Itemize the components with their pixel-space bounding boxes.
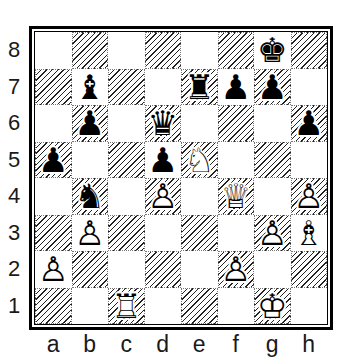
piece-glyph: ♞ [75,179,105,213]
piece-glyph: ♙ [257,216,287,250]
square-f2[interactable]: ♟♙ [218,251,255,288]
black-pawn[interactable]: ♟♟ [145,142,182,179]
black-queen[interactable]: ♛♛ [146,106,181,141]
piece-glyph: ♕ [221,179,251,213]
square-e4[interactable] [181,178,218,215]
square-e5[interactable]: ♞♘ [181,142,218,179]
square-b7[interactable]: ♝♝ [72,69,109,106]
square-b5[interactable] [72,142,109,179]
square-f7[interactable]: ♟♟ [218,69,255,106]
square-b8[interactable] [72,32,109,69]
white-knight[interactable]: ♞♘ [182,143,217,178]
square-a6[interactable] [35,105,72,142]
piece-glyph: ♚ [257,33,287,67]
square-h6[interactable]: ♟♟ [291,105,328,142]
square-f8[interactable] [218,32,255,69]
white-rook[interactable]: ♜♖ [109,289,144,324]
rank-label-6: 6 [0,105,28,142]
square-d1[interactable] [145,288,182,325]
square-c6[interactable] [108,105,145,142]
file-label-h: h [291,331,328,358]
white-king[interactable]: ♚♔ [255,289,290,324]
square-h1[interactable] [291,288,328,325]
square-h5[interactable] [291,142,328,179]
square-d5[interactable]: ♟♟ [145,142,182,179]
piece-glyph: ♖ [111,289,141,323]
piece-glyph: ♝ [75,70,105,104]
square-d3[interactable] [145,215,182,252]
piece-glyph: ♟ [75,106,105,140]
file-labels: abcdefgh [35,331,327,357]
piece-glyph: ♟ [257,70,287,104]
black-king[interactable]: ♚♚ [254,32,291,69]
piece-glyph: ♙ [75,216,105,250]
square-c4[interactable] [108,178,145,215]
black-pawn[interactable]: ♟♟ [36,143,71,178]
board-frame: ♚♚♝♝♜♜♟♟♟♟♟♟♛♛♟♟♟♟♟♟♞♘♞♞♟♙♛♕♟♙♟♙♟♙♝♗♟♙♟♙… [29,26,333,330]
piece-glyph: ♗ [294,216,324,250]
square-g7[interactable]: ♟♟ [254,69,291,106]
file-label-c: c [108,331,145,358]
rank-label-4: 4 [0,178,28,215]
white-pawn[interactable]: ♟♙ [35,251,72,288]
rank-label-7: 7 [0,69,28,106]
piece-glyph: ♟ [221,70,251,104]
board: ♚♚♝♝♜♜♟♟♟♟♟♟♛♛♟♟♟♟♟♟♞♘♞♞♟♙♛♕♟♙♟♙♟♙♝♗♟♙♟♙… [35,32,327,324]
piece-glyph: ♙ [294,179,324,213]
piece-glyph: ♟ [294,106,324,140]
square-g1[interactable]: ♚♔ [254,288,291,325]
file-label-a: a [35,331,72,358]
square-c8[interactable] [108,32,145,69]
square-d8[interactable] [145,32,182,69]
square-g2[interactable] [254,251,291,288]
square-g5[interactable] [254,142,291,179]
black-rook[interactable]: ♜♜ [182,70,217,105]
square-b4[interactable]: ♞♞ [72,178,109,215]
square-b6[interactable]: ♟♟ [72,105,109,142]
square-d2[interactable] [145,251,182,288]
white-queen[interactable]: ♛♕ [219,179,254,214]
file-label-g: g [254,331,291,358]
square-a1[interactable] [35,288,72,325]
piece-glyph: ♜ [184,70,214,104]
square-a8[interactable] [35,32,72,69]
square-h2[interactable] [291,251,328,288]
square-b1[interactable] [72,288,109,325]
square-g4[interactable] [254,178,291,215]
square-a3[interactable] [35,215,72,252]
square-e7[interactable]: ♜♜ [181,69,218,106]
piece-glyph: ♙ [221,252,251,286]
white-pawn[interactable]: ♟♙ [219,252,254,287]
square-f3[interactable] [218,215,255,252]
black-pawn[interactable]: ♟♟ [292,106,327,141]
file-label-d: d [145,331,182,358]
piece-glyph: ♔ [257,289,287,323]
square-c3[interactable] [108,215,145,252]
rank-label-3: 3 [0,215,28,252]
square-f5[interactable] [218,142,255,179]
white-pawn[interactable]: ♟♙ [146,179,181,214]
white-pawn[interactable]: ♟♙ [292,179,327,214]
board-inner-border: ♚♚♝♝♜♜♟♟♟♟♟♟♛♛♟♟♟♟♟♟♞♘♞♞♟♙♛♕♟♙♟♙♟♙♝♗♟♙♟♙… [34,31,328,325]
black-pawn[interactable]: ♟♟ [218,69,255,106]
square-e6[interactable] [181,105,218,142]
square-c1[interactable]: ♜♖ [108,288,145,325]
black-knight[interactable]: ♞♞ [73,179,108,214]
square-f1[interactable] [218,288,255,325]
square-h4[interactable]: ♟♙ [291,178,328,215]
square-g6[interactable] [254,105,291,142]
file-label-f: f [218,331,255,358]
square-g8[interactable]: ♚♚ [254,32,291,69]
square-e1[interactable] [181,288,218,325]
rank-label-2: 2 [0,251,28,288]
black-pawn[interactable]: ♟♟ [73,106,108,141]
square-c5[interactable] [108,142,145,179]
square-h8[interactable] [291,32,328,69]
square-a5[interactable]: ♟♟ [35,142,72,179]
square-e3[interactable] [181,215,218,252]
square-c2[interactable] [108,251,145,288]
piece-glyph: ♟ [38,143,68,177]
white-pawn[interactable]: ♟♙ [72,215,109,252]
rank-label-5: 5 [0,142,28,179]
square-e8[interactable] [181,32,218,69]
square-h3[interactable]: ♝♗ [291,215,328,252]
rank-labels: 87654321 [0,32,28,324]
square-f4[interactable]: ♛♕ [218,178,255,215]
square-h7[interactable] [291,69,328,106]
white-bishop[interactable]: ♝♗ [291,215,328,252]
square-d6[interactable]: ♛♛ [145,105,182,142]
file-label-e: e [181,331,218,358]
square-a7[interactable] [35,69,72,106]
square-b3[interactable]: ♟♙ [72,215,109,252]
square-b2[interactable] [72,251,109,288]
square-a2[interactable]: ♟♙ [35,251,72,288]
white-pawn[interactable]: ♟♙ [255,216,290,251]
piece-glyph: ♙ [148,179,178,213]
chess-diagram: 87654321 ♚♚♝♝♜♜♟♟♟♟♟♟♛♛♟♟♟♟♟♟♞♘♞♞♟♙♛♕♟♙♟… [0,0,360,360]
piece-glyph: ♟ [148,143,178,177]
black-pawn[interactable]: ♟♟ [255,70,290,105]
square-d4[interactable]: ♟♙ [145,178,182,215]
square-c7[interactable] [108,69,145,106]
piece-glyph: ♘ [184,143,214,177]
square-a4[interactable] [35,178,72,215]
rank-label-8: 8 [0,32,28,69]
file-label-b: b [72,331,109,358]
black-bishop[interactable]: ♝♝ [72,69,109,106]
piece-glyph: ♙ [38,252,68,286]
square-g3[interactable]: ♟♙ [254,215,291,252]
square-f6[interactable] [218,105,255,142]
square-e2[interactable] [181,251,218,288]
square-d7[interactable] [145,69,182,106]
rank-label-1: 1 [0,288,28,325]
piece-glyph: ♛ [148,106,178,140]
